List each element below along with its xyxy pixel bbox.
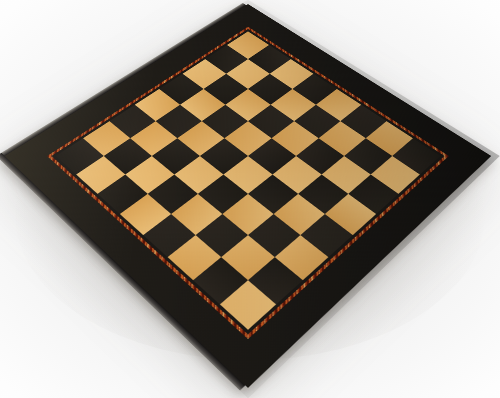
- chess-board: [5, 4, 491, 388]
- photo-stage: [0, 0, 500, 398]
